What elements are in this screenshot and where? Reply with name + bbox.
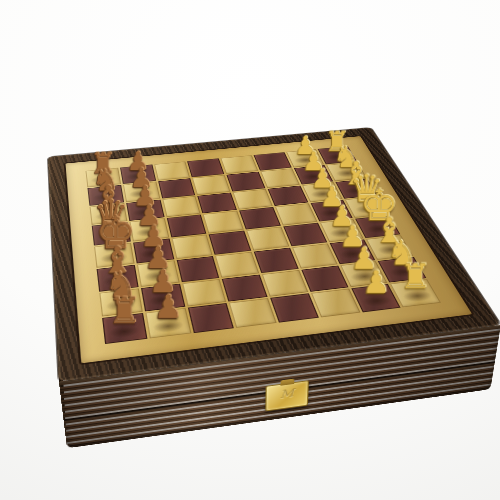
square-h5 <box>229 298 277 327</box>
square-e6 <box>171 235 213 259</box>
square-a5 <box>187 158 224 177</box>
square-c3 <box>267 185 308 206</box>
square-b3 <box>260 168 299 187</box>
square-b4 <box>226 172 265 192</box>
square-e3 <box>283 223 327 246</box>
piece-black-pawn: ♟ <box>147 291 188 323</box>
chess-board: ♜♟♟♜♞♟♟♞♝♟♟♝♛♟♟♛♚♟♟♚♝♟♟♝♞♟♟♞♜♟♟♜ <box>86 146 441 344</box>
square-g5 <box>222 274 268 301</box>
photo-background: ♜♟♟♜♞♟♟♞♝♟♟♝♛♟♟♛♚♟♟♚♝♟♟♝♞♟♟♞♜♟♟♜ M <box>0 0 500 500</box>
board-frame: ♜♟♟♜♞♟♟♞♝♟♟♝♛♟♟♛♚♟♟♚♝♟♟♝♞♟♟♞♜♟♟♜ <box>66 136 473 363</box>
square-d6 <box>166 215 206 238</box>
square-b5 <box>192 175 230 195</box>
square-g4 <box>262 270 308 297</box>
latch-monogram: M <box>267 385 308 403</box>
square-d5 <box>203 211 244 233</box>
square-a3 <box>253 152 291 170</box>
piece-white-pawn: ♟ <box>356 267 396 298</box>
square-d4 <box>239 207 280 229</box>
square-c6 <box>162 196 201 217</box>
square-h2: ♟ <box>351 284 401 312</box>
square-f4 <box>254 248 299 273</box>
square-b6 <box>158 178 196 198</box>
square-f6 <box>176 256 219 282</box>
square-h6 <box>187 303 234 333</box>
square-h8: ♜ <box>102 313 147 344</box>
piece-black-rook: ♜ <box>104 293 145 329</box>
square-f3 <box>292 243 337 268</box>
latch-tab <box>280 379 294 386</box>
square-h4 <box>270 294 318 323</box>
square-e5 <box>209 231 251 255</box>
square-e4 <box>246 227 289 251</box>
piece-white-rook: ♜ <box>396 259 435 293</box>
chess-case: ♜♟♟♜♞♟♟♞♝♟♟♝♛♟♟♛♚♟♟♚♝♟♟♝♞♟♟♞♜♟♟♜ M <box>48 127 500 381</box>
square-d3 <box>275 204 317 226</box>
square-c5 <box>197 192 236 213</box>
square-c4 <box>233 189 273 210</box>
square-a6 <box>154 161 190 180</box>
square-a4 <box>220 155 257 174</box>
brass-latch: M <box>265 380 309 411</box>
square-f5 <box>215 252 259 278</box>
scene: ♜♟♟♜♞♟♟♞♝♟♟♝♛♟♟♛♚♟♟♚♝♟♟♝♞♟♟♞♜♟♟♜ M <box>55 40 435 420</box>
square-h7: ♟ <box>145 308 191 338</box>
